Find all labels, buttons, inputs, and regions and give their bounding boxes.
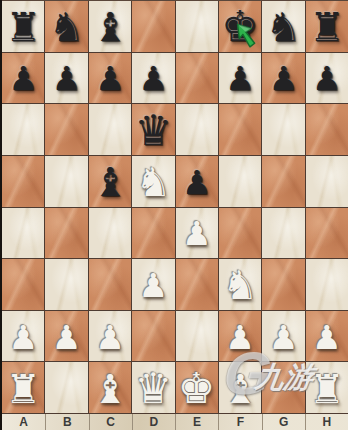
- square-b6[interactable]: [45, 104, 87, 155]
- piece-black-queen[interactable]: ♛: [134, 110, 172, 152]
- square-g5[interactable]: [262, 156, 304, 207]
- square-c8[interactable]: ♝: [89, 1, 131, 52]
- square-d2[interactable]: [132, 311, 174, 362]
- chess-app: ♜♞♝♚♞♜♟♟♟♟♟♟♟♛♝♞♟♟♟♞♟♟♟♟♟♟♜♝♛♚♝♜ ABCDEFG…: [0, 0, 348, 430]
- square-f4[interactable]: [219, 208, 261, 259]
- piece-white-queen[interactable]: ♛: [134, 368, 172, 410]
- square-g1[interactable]: [262, 362, 304, 413]
- square-a7[interactable]: ♟: [2, 53, 44, 104]
- square-d1[interactable]: ♛: [132, 362, 174, 413]
- file-label-a: A: [2, 414, 45, 430]
- square-h7[interactable]: ♟: [306, 53, 348, 104]
- file-label-b: B: [45, 414, 88, 430]
- piece-black-knight[interactable]: ♞: [49, 7, 85, 47]
- square-a5[interactable]: [2, 156, 44, 207]
- square-b3[interactable]: [45, 259, 87, 310]
- square-c4[interactable]: [89, 208, 131, 259]
- square-c6[interactable]: [89, 104, 131, 155]
- square-e4[interactable]: ♟: [176, 208, 218, 259]
- square-e5[interactable]: ♟: [176, 156, 218, 207]
- square-g2[interactable]: ♟: [262, 311, 304, 362]
- piece-black-rook[interactable]: ♜: [309, 7, 345, 47]
- square-b2[interactable]: ♟: [45, 311, 87, 362]
- piece-white-pawn[interactable]: ♟: [312, 321, 342, 354]
- square-b7[interactable]: ♟: [45, 53, 87, 104]
- square-b8[interactable]: ♞: [45, 1, 87, 52]
- square-d3[interactable]: ♟: [132, 259, 174, 310]
- file-label-d: D: [132, 414, 175, 430]
- piece-black-knight[interactable]: ♞: [266, 7, 302, 47]
- piece-white-pawn[interactable]: ♟: [269, 321, 299, 354]
- square-e7[interactable]: [176, 53, 218, 104]
- piece-black-bishop[interactable]: ♝: [92, 162, 128, 202]
- file-label-e: E: [175, 414, 218, 430]
- square-e2[interactable]: [176, 311, 218, 362]
- square-c5[interactable]: ♝: [89, 156, 131, 207]
- square-g6[interactable]: [262, 104, 304, 155]
- file-label-f: F: [218, 414, 261, 430]
- square-f5[interactable]: [219, 156, 261, 207]
- file-label-g: G: [262, 414, 305, 430]
- square-b4[interactable]: [45, 208, 87, 259]
- square-g7[interactable]: ♟: [262, 53, 304, 104]
- square-c3[interactable]: [89, 259, 131, 310]
- square-e6[interactable]: [176, 104, 218, 155]
- square-f8[interactable]: ♚: [219, 1, 261, 52]
- file-label-c: C: [89, 414, 132, 430]
- square-h1[interactable]: ♜: [306, 362, 348, 413]
- square-d6[interactable]: ♛: [132, 104, 174, 155]
- square-a4[interactable]: [2, 208, 44, 259]
- square-h8[interactable]: ♜: [306, 1, 348, 52]
- square-f2[interactable]: ♟: [219, 311, 261, 362]
- square-d4[interactable]: [132, 208, 174, 259]
- piece-black-pawn[interactable]: ♟: [52, 62, 82, 95]
- square-h2[interactable]: ♟: [306, 311, 348, 362]
- square-e1[interactable]: ♚: [176, 362, 218, 413]
- piece-black-pawn[interactable]: ♟: [269, 62, 299, 95]
- square-e3[interactable]: [176, 259, 218, 310]
- square-g3[interactable]: [262, 259, 304, 310]
- piece-black-pawn[interactable]: ♟: [312, 62, 342, 95]
- square-g4[interactable]: [262, 208, 304, 259]
- piece-black-rook[interactable]: ♜: [5, 7, 41, 47]
- piece-white-rook[interactable]: ♜: [309, 369, 345, 409]
- square-b5[interactable]: [45, 156, 87, 207]
- move-arrow-icon: [235, 22, 259, 48]
- square-h6[interactable]: [306, 104, 348, 155]
- piece-white-rook[interactable]: ♜: [5, 369, 41, 409]
- piece-black-pawn[interactable]: ♟: [139, 62, 169, 95]
- square-c2[interactable]: ♟: [89, 311, 131, 362]
- square-f6[interactable]: [219, 104, 261, 155]
- piece-white-pawn[interactable]: ♟: [225, 321, 255, 354]
- piece-black-pawn[interactable]: ♟: [8, 62, 38, 95]
- square-a6[interactable]: [2, 104, 44, 155]
- square-a2[interactable]: ♟: [2, 311, 44, 362]
- piece-white-pawn[interactable]: ♟: [8, 321, 38, 354]
- piece-white-bishop[interactable]: ♝: [222, 369, 258, 409]
- square-e8[interactable]: [176, 1, 218, 52]
- piece-white-pawn[interactable]: ♟: [95, 321, 125, 354]
- square-h3[interactable]: [306, 259, 348, 310]
- piece-black-pawn[interactable]: ♟: [95, 62, 125, 95]
- square-a1[interactable]: ♜: [2, 362, 44, 413]
- square-g8[interactable]: ♞: [262, 1, 304, 52]
- square-d8[interactable]: [132, 1, 174, 52]
- square-f7[interactable]: ♟: [219, 53, 261, 104]
- piece-black-pawn[interactable]: ♟: [225, 62, 255, 95]
- square-d7[interactable]: ♟: [132, 53, 174, 104]
- file-label-strip: ABCDEFGH: [2, 413, 348, 430]
- piece-white-pawn[interactable]: ♟: [52, 321, 82, 354]
- square-c1[interactable]: ♝: [89, 362, 131, 413]
- square-h5[interactable]: [306, 156, 348, 207]
- square-b1[interactable]: [45, 362, 87, 413]
- piece-black-bishop[interactable]: ♝: [92, 7, 128, 47]
- square-a3[interactable]: [2, 259, 44, 310]
- piece-white-pawn[interactable]: ♟: [139, 269, 169, 302]
- square-f1[interactable]: ♝: [219, 362, 261, 413]
- square-d5[interactable]: ♞: [132, 156, 174, 207]
- square-c7[interactable]: ♟: [89, 53, 131, 104]
- square-a8[interactable]: ♜: [2, 1, 44, 52]
- piece-black-pawn[interactable]: ♟: [182, 166, 212, 199]
- piece-white-knight[interactable]: ♞: [222, 265, 258, 305]
- piece-white-knight[interactable]: ♞: [135, 162, 171, 202]
- square-f3[interactable]: ♞: [219, 259, 261, 310]
- square-h4[interactable]: [306, 208, 348, 259]
- piece-white-king[interactable]: ♚: [178, 368, 216, 410]
- file-label-h: H: [305, 414, 348, 430]
- piece-white-bishop[interactable]: ♝: [92, 369, 128, 409]
- piece-white-pawn[interactable]: ♟: [182, 217, 212, 250]
- chess-board: ♜♞♝♚♞♜♟♟♟♟♟♟♟♛♝♞♟♟♟♞♟♟♟♟♟♟♜♝♛♚♝♜: [2, 0, 348, 413]
